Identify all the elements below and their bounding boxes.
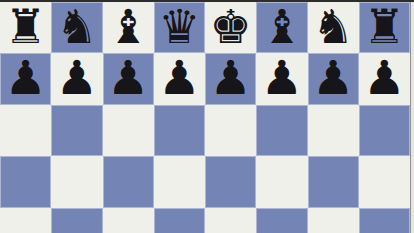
square-c8[interactable]: ♝: [103, 2, 154, 53]
square-g7[interactable]: ♟: [308, 53, 359, 104]
piece-black-queen[interactable]: ♛: [158, 2, 200, 52]
square-a8[interactable]: ♜: [0, 2, 51, 53]
square-g8[interactable]: ♞: [308, 2, 359, 53]
square-g6[interactable]: [308, 105, 359, 156]
square-e6[interactable]: [205, 105, 256, 156]
square-c4[interactable]: [103, 208, 154, 233]
square-e7[interactable]: ♟: [205, 53, 256, 104]
piece-black-pawn[interactable]: ♟: [107, 53, 149, 103]
board-top-border: [0, 0, 414, 2]
piece-black-pawn[interactable]: ♟: [158, 53, 200, 103]
square-d8[interactable]: ♛: [154, 2, 205, 53]
piece-black-rook[interactable]: ♜: [363, 2, 405, 52]
square-a6[interactable]: [0, 105, 51, 156]
square-g5[interactable]: [308, 156, 359, 207]
piece-black-pawn[interactable]: ♟: [363, 53, 405, 103]
square-e5[interactable]: [205, 156, 256, 207]
square-f7[interactable]: ♟: [256, 53, 307, 104]
square-b5[interactable]: [51, 156, 102, 207]
piece-black-pawn[interactable]: ♟: [5, 53, 47, 103]
square-a4[interactable]: [0, 208, 51, 233]
square-f4[interactable]: [256, 208, 307, 233]
square-a5[interactable]: [0, 156, 51, 207]
piece-black-pawn[interactable]: ♟: [261, 53, 303, 103]
square-g4[interactable]: [308, 208, 359, 233]
square-e4[interactable]: [205, 208, 256, 233]
piece-black-pawn[interactable]: ♟: [312, 53, 354, 103]
piece-black-pawn[interactable]: ♟: [210, 53, 252, 103]
square-c5[interactable]: [103, 156, 154, 207]
square-b7[interactable]: ♟: [51, 53, 102, 104]
square-b4[interactable]: [51, 208, 102, 233]
square-c6[interactable]: [103, 105, 154, 156]
square-d5[interactable]: [154, 156, 205, 207]
square-b6[interactable]: [51, 105, 102, 156]
square-h7[interactable]: ♟: [359, 53, 410, 104]
square-h4[interactable]: [359, 208, 410, 233]
piece-black-bishop[interactable]: ♝: [107, 2, 149, 52]
square-d6[interactable]: [154, 105, 205, 156]
piece-black-rook[interactable]: ♜: [5, 2, 47, 52]
square-h6[interactable]: [359, 105, 410, 156]
square-f8[interactable]: ♝: [256, 2, 307, 53]
chess-board: ♜♞♝♛♚♝♞♜♟♟♟♟♟♟♟♟: [0, 2, 411, 233]
square-c7[interactable]: ♟: [103, 53, 154, 104]
square-f5[interactable]: [256, 156, 307, 207]
chess-app-window: ♜♞♝♛♚♝♞♜♟♟♟♟♟♟♟♟: [0, 0, 414, 233]
square-h5[interactable]: [359, 156, 410, 207]
square-e8[interactable]: ♚: [205, 2, 256, 53]
piece-black-king[interactable]: ♚: [210, 2, 252, 52]
square-h8[interactable]: ♜: [359, 2, 410, 53]
square-f6[interactable]: [256, 105, 307, 156]
square-d7[interactable]: ♟: [154, 53, 205, 104]
square-b8[interactable]: ♞: [51, 2, 102, 53]
piece-black-bishop[interactable]: ♝: [261, 2, 303, 52]
piece-black-knight[interactable]: ♞: [56, 2, 98, 52]
square-d4[interactable]: [154, 208, 205, 233]
square-a7[interactable]: ♟: [0, 53, 51, 104]
piece-black-pawn[interactable]: ♟: [56, 53, 98, 103]
piece-black-knight[interactable]: ♞: [312, 2, 354, 52]
